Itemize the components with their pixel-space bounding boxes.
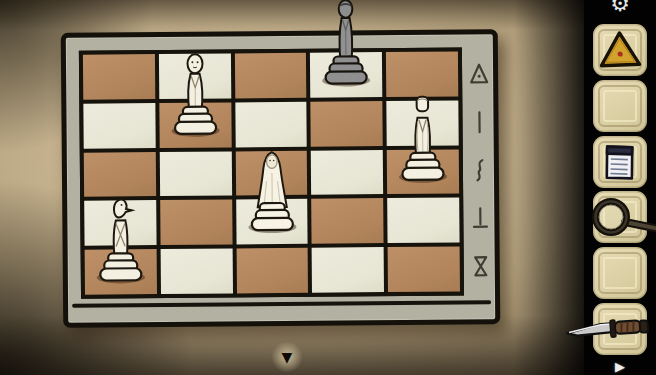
notebook-icon[interactable] (593, 136, 647, 188)
navigate-down-arrow[interactable]: ▼ (270, 344, 304, 370)
inventory-slot-4-magnifying-glass[interactable] (593, 191, 647, 243)
board-square-r4c4 (312, 198, 384, 243)
rune-s-curve-icon (470, 156, 490, 184)
rune-vertical-bar-icon (469, 108, 489, 136)
board-square-r5c5 (388, 247, 460, 292)
inventory-slot-2-empty[interactable] (593, 80, 647, 132)
inventory-slot-3-notebook[interactable] (593, 136, 647, 188)
gear-icon[interactable]: ⚙ (584, 0, 656, 15)
board-frame-ledge (72, 300, 491, 308)
chess-piece-crow-man[interactable] (95, 189, 146, 284)
inventory-sidebar: ⚙ ▶ (584, 0, 656, 375)
board-square-r4c5 (387, 198, 459, 243)
rune-hourglass-icon (471, 252, 491, 280)
inventory-slot-5-empty[interactable] (593, 247, 647, 299)
board-square-r5c4 (312, 247, 384, 292)
inventory-slot-1-warning-triangle-card[interactable] (593, 24, 647, 76)
knife-icon[interactable] (593, 303, 647, 355)
board-square-r5c2 (160, 249, 232, 294)
board-square-r5c3 (236, 248, 308, 293)
game-screen: ▼ ⚙ ▶ (0, 0, 656, 375)
warning-triangle-card-icon[interactable] (593, 24, 647, 76)
board-square-r4c2 (160, 200, 232, 245)
board-square-r1c3 (235, 53, 307, 98)
chess-piece-round-head-man[interactable] (169, 42, 220, 137)
chessboard (61, 29, 501, 328)
board-square-r3c4 (311, 150, 383, 195)
rune-up-tack-icon (470, 204, 490, 232)
room-scene: ▼ (0, 0, 584, 375)
chessboard-squares-area (79, 47, 464, 298)
rune-triangle-dot-icon (469, 60, 489, 88)
board-square-r1c1 (83, 54, 155, 99)
inventory-slot-6-knife[interactable] (593, 303, 647, 355)
down-arrow-icon: ▼ (282, 350, 293, 364)
board-rune-column (464, 60, 496, 280)
chess-piece-veiled-woman[interactable] (246, 139, 297, 234)
board-square-r3c2 (160, 151, 232, 196)
board-square-r2c1 (83, 103, 155, 148)
chess-piece-dark-man[interactable] (321, 0, 372, 87)
magnifying-glass-icon[interactable] (593, 191, 647, 243)
inventory-next-arrow[interactable]: ▶ (584, 360, 656, 373)
chess-piece-suit-man[interactable] (397, 89, 448, 184)
board-square-r2c4 (311, 101, 383, 146)
